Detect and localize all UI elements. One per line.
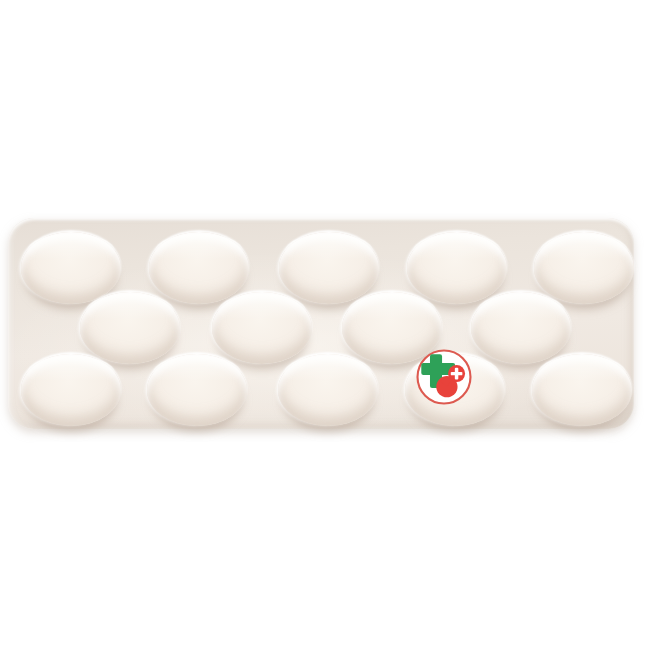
pills-layer [0, 0, 648, 648]
pharmacy-logo [415, 348, 473, 406]
pill [21, 354, 121, 426]
pill [147, 354, 247, 426]
pill [407, 232, 507, 304]
pill [471, 292, 571, 364]
pill [279, 232, 379, 304]
pill [532, 354, 632, 426]
pill [212, 292, 312, 364]
pill [149, 232, 249, 304]
product-photo [0, 0, 648, 648]
pill [278, 354, 378, 426]
pill [534, 232, 634, 304]
pill [21, 232, 121, 304]
pill [80, 292, 180, 364]
